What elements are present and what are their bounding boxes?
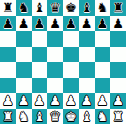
square-d1[interactable]: ♛	[47, 109, 63, 125]
square-b8[interactable]: ♞	[16, 0, 32, 16]
square-e5[interactable]	[63, 47, 79, 63]
square-g3[interactable]	[95, 78, 111, 94]
square-b2[interactable]: ♟	[16, 93, 32, 109]
chess-board: ♜♞♝♛♚♝♞♜♟♟♟♟♟♟♟♟♟♟♟♟♟♟♟♟♜♞♝♛♚♝♞♜	[0, 0, 126, 124]
piece-black-pawn: ♟	[112, 17, 124, 30]
square-b3[interactable]	[16, 78, 32, 94]
square-a4[interactable]	[0, 62, 16, 78]
square-e3[interactable]	[63, 78, 79, 94]
square-f7[interactable]: ♟	[79, 16, 95, 32]
square-g5[interactable]	[95, 47, 111, 63]
piece-white-knight: ♞	[97, 110, 109, 123]
square-h7[interactable]: ♟	[110, 16, 126, 32]
square-h5[interactable]	[110, 47, 126, 63]
square-f6[interactable]	[79, 31, 95, 47]
square-a2[interactable]: ♟	[0, 93, 16, 109]
square-c4[interactable]	[32, 62, 48, 78]
piece-black-pawn: ♟	[2, 17, 14, 30]
piece-black-bishop: ♝	[81, 1, 93, 14]
square-h6[interactable]	[110, 31, 126, 47]
square-d4[interactable]	[47, 62, 63, 78]
piece-white-rook: ♜	[112, 110, 124, 123]
square-g4[interactable]	[95, 62, 111, 78]
piece-black-rook: ♜	[112, 1, 124, 14]
square-g2[interactable]: ♟	[95, 93, 111, 109]
square-a8[interactable]: ♜	[0, 0, 16, 16]
square-e6[interactable]	[63, 31, 79, 47]
piece-white-pawn: ♟	[18, 94, 30, 107]
piece-black-knight: ♞	[97, 1, 109, 14]
piece-black-rook: ♜	[2, 1, 14, 14]
square-b4[interactable]	[16, 62, 32, 78]
square-e7[interactable]: ♟	[63, 16, 79, 32]
square-d3[interactable]	[47, 78, 63, 94]
square-h2[interactable]: ♟	[110, 93, 126, 109]
square-c5[interactable]	[32, 47, 48, 63]
piece-black-pawn: ♟	[49, 17, 61, 30]
square-g1[interactable]: ♞	[95, 109, 111, 125]
square-c8[interactable]: ♝	[32, 0, 48, 16]
piece-black-pawn: ♟	[18, 17, 30, 30]
square-d6[interactable]	[47, 31, 63, 47]
square-d5[interactable]	[47, 47, 63, 63]
square-h4[interactable]	[110, 62, 126, 78]
piece-black-pawn: ♟	[97, 17, 109, 30]
piece-black-bishop: ♝	[34, 1, 46, 14]
square-b5[interactable]	[16, 47, 32, 63]
square-h1[interactable]: ♜	[110, 109, 126, 125]
piece-white-pawn: ♟	[34, 94, 46, 107]
piece-white-queen: ♛	[49, 110, 61, 123]
square-c7[interactable]: ♟	[32, 16, 48, 32]
square-d7[interactable]: ♟	[47, 16, 63, 32]
square-a6[interactable]	[0, 31, 16, 47]
piece-black-king: ♚	[65, 1, 77, 14]
square-a7[interactable]: ♟	[0, 16, 16, 32]
piece-white-rook: ♜	[2, 110, 14, 123]
piece-white-bishop: ♝	[81, 110, 93, 123]
piece-white-pawn: ♟	[81, 94, 93, 107]
square-e8[interactable]: ♚	[63, 0, 79, 16]
square-f3[interactable]	[79, 78, 95, 94]
piece-white-king: ♚	[65, 110, 77, 123]
square-e4[interactable]	[63, 62, 79, 78]
square-h3[interactable]	[110, 78, 126, 94]
square-b6[interactable]	[16, 31, 32, 47]
piece-black-queen: ♛	[49, 1, 61, 14]
square-f2[interactable]: ♟	[79, 93, 95, 109]
square-d2[interactable]: ♟	[47, 93, 63, 109]
square-c2[interactable]: ♟	[32, 93, 48, 109]
square-h8[interactable]: ♜	[110, 0, 126, 16]
square-e2[interactable]: ♟	[63, 93, 79, 109]
square-b1[interactable]: ♞	[16, 109, 32, 125]
square-c6[interactable]	[32, 31, 48, 47]
piece-white-pawn: ♟	[65, 94, 77, 107]
square-g7[interactable]: ♟	[95, 16, 111, 32]
square-e1[interactable]: ♚	[63, 109, 79, 125]
square-d8[interactable]: ♛	[47, 0, 63, 16]
piece-black-knight: ♞	[18, 1, 30, 14]
piece-white-pawn: ♟	[112, 94, 124, 107]
piece-black-pawn: ♟	[65, 17, 77, 30]
square-b7[interactable]: ♟	[16, 16, 32, 32]
square-f4[interactable]	[79, 62, 95, 78]
square-g6[interactable]	[95, 31, 111, 47]
square-a5[interactable]	[0, 47, 16, 63]
square-a1[interactable]: ♜	[0, 109, 16, 125]
square-f1[interactable]: ♝	[79, 109, 95, 125]
piece-white-pawn: ♟	[49, 94, 61, 107]
piece-black-pawn: ♟	[34, 17, 46, 30]
square-a3[interactable]	[0, 78, 16, 94]
square-f8[interactable]: ♝	[79, 0, 95, 16]
piece-white-pawn: ♟	[97, 94, 109, 107]
piece-black-pawn: ♟	[81, 17, 93, 30]
square-c3[interactable]	[32, 78, 48, 94]
piece-white-bishop: ♝	[34, 110, 46, 123]
piece-white-pawn: ♟	[2, 94, 14, 107]
piece-white-knight: ♞	[18, 110, 30, 123]
square-c1[interactable]: ♝	[32, 109, 48, 125]
square-g8[interactable]: ♞	[95, 0, 111, 16]
square-f5[interactable]	[79, 47, 95, 63]
